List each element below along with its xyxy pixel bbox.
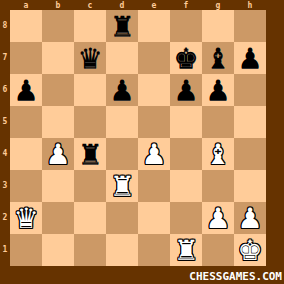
file-label-b: b	[42, 0, 74, 10]
file-label-f: f	[170, 0, 202, 10]
white-rook-f1: ♜	[170, 234, 202, 266]
black-queen-c7: ♛	[74, 42, 106, 74]
square-a7	[10, 42, 42, 74]
black-rook-d8: ♜	[106, 10, 138, 42]
square-b7	[42, 42, 74, 74]
rank-label-6: 6	[0, 74, 10, 106]
square-c1	[74, 234, 106, 266]
square-a4	[10, 138, 42, 170]
square-d8: ♜	[106, 10, 138, 42]
square-h7: ♟	[234, 42, 266, 74]
square-h3	[234, 170, 266, 202]
square-c3	[74, 170, 106, 202]
rank-label-4: 4	[0, 138, 10, 170]
square-a2: ♛	[10, 202, 42, 234]
white-pawn-b4: ♟	[42, 138, 74, 170]
square-b2	[42, 202, 74, 234]
square-a8	[10, 10, 42, 42]
square-f2	[170, 202, 202, 234]
square-f4	[170, 138, 202, 170]
black-rook-c4: ♜	[74, 138, 106, 170]
square-f6: ♟	[170, 74, 202, 106]
rank-label-2: 2	[0, 202, 10, 234]
square-h5	[234, 106, 266, 138]
file-labels: abcdefgh	[10, 0, 266, 10]
square-h2: ♟	[234, 202, 266, 234]
square-e1	[138, 234, 170, 266]
square-d4	[106, 138, 138, 170]
square-g1	[202, 234, 234, 266]
square-f7: ♚	[170, 42, 202, 74]
square-h8	[234, 10, 266, 42]
file-label-d: d	[106, 0, 138, 10]
square-f8	[170, 10, 202, 42]
square-a5	[10, 106, 42, 138]
file-label-a: a	[10, 0, 42, 10]
file-label-e: e	[138, 0, 170, 10]
square-h1: ♚	[234, 234, 266, 266]
black-pawn-d6: ♟	[106, 74, 138, 106]
white-rook-d3: ♜	[106, 170, 138, 202]
black-pawn-a6: ♟	[10, 74, 42, 106]
white-pawn-h2: ♟	[234, 202, 266, 234]
square-f3	[170, 170, 202, 202]
square-a1	[10, 234, 42, 266]
square-e2	[138, 202, 170, 234]
white-queen-a2: ♛	[10, 202, 42, 234]
square-e7	[138, 42, 170, 74]
square-c2	[74, 202, 106, 234]
chess-board: ♜♛♚♝♟♟♟♟♟♟♜♟♝♜♛♟♟♜♚	[10, 10, 266, 266]
rank-label-5: 5	[0, 106, 10, 138]
square-f5	[170, 106, 202, 138]
black-king-f7: ♚	[170, 42, 202, 74]
square-c6	[74, 74, 106, 106]
square-d6: ♟	[106, 74, 138, 106]
white-king-h1: ♚	[234, 234, 266, 266]
square-g2: ♟	[202, 202, 234, 234]
square-f1: ♜	[170, 234, 202, 266]
square-b8	[42, 10, 74, 42]
file-label-g: g	[202, 0, 234, 10]
square-c5	[74, 106, 106, 138]
white-bishop-g4: ♝	[202, 138, 234, 170]
black-pawn-h7: ♟	[234, 42, 266, 74]
square-c4: ♜	[74, 138, 106, 170]
white-pawn-e4: ♟	[138, 138, 170, 170]
black-pawn-g6: ♟	[202, 74, 234, 106]
square-d2	[106, 202, 138, 234]
square-e5	[138, 106, 170, 138]
chessgames-watermark: CHESSGAMES.COM	[189, 270, 282, 283]
square-b6	[42, 74, 74, 106]
square-a3	[10, 170, 42, 202]
square-a6: ♟	[10, 74, 42, 106]
square-e4: ♟	[138, 138, 170, 170]
square-b3	[42, 170, 74, 202]
rank-label-1: 1	[0, 234, 10, 266]
square-e6	[138, 74, 170, 106]
square-d5	[106, 106, 138, 138]
white-pawn-g2: ♟	[202, 202, 234, 234]
square-g5	[202, 106, 234, 138]
square-e8	[138, 10, 170, 42]
square-g4: ♝	[202, 138, 234, 170]
square-c8	[74, 10, 106, 42]
square-h4	[234, 138, 266, 170]
square-b1	[42, 234, 74, 266]
square-h6	[234, 74, 266, 106]
file-label-h: h	[234, 0, 266, 10]
black-bishop-g7: ♝	[202, 42, 234, 74]
square-e3	[138, 170, 170, 202]
black-pawn-f6: ♟	[170, 74, 202, 106]
rank-labels: 87654321	[0, 10, 10, 266]
square-g8	[202, 10, 234, 42]
file-label-c: c	[74, 0, 106, 10]
square-c7: ♛	[74, 42, 106, 74]
square-d1	[106, 234, 138, 266]
rank-label-7: 7	[0, 42, 10, 74]
square-d7	[106, 42, 138, 74]
rank-label-8: 8	[0, 10, 10, 42]
square-g3	[202, 170, 234, 202]
square-b4: ♟	[42, 138, 74, 170]
square-g6: ♟	[202, 74, 234, 106]
square-g7: ♝	[202, 42, 234, 74]
rank-label-3: 3	[0, 170, 10, 202]
square-b5	[42, 106, 74, 138]
square-d3: ♜	[106, 170, 138, 202]
